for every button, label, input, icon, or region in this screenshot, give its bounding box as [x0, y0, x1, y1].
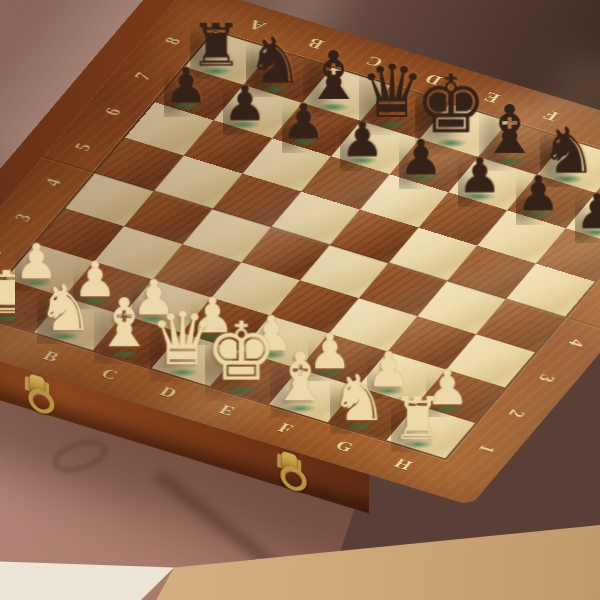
square-d4[interactable]: [241, 227, 330, 280]
square-d5[interactable]: [271, 192, 360, 245]
piece-black-pawn-f7[interactable]: ♟: [458, 151, 502, 200]
piece-black-pawn-e7[interactable]: ♟: [399, 133, 443, 182]
chess-board: ABCDEFGH ABCDEFGH 87654321 87654321 ♜♞♝♛…: [0, 0, 600, 506]
piece-black-pawn-g7[interactable]: ♟: [516, 169, 560, 218]
piece-black-pawn-c7[interactable]: ♟: [282, 97, 326, 146]
piece-black-knight-b8[interactable]: ♞: [246, 29, 303, 92]
piece-black-pawn-h7[interactable]: ♟: [575, 187, 600, 236]
piece-black-pawn-d7[interactable]: ♟: [340, 115, 384, 164]
photo-scene: ABCDEFGH ABCDEFGH 87654321 87654321 ♜♞♝♛…: [0, 0, 600, 600]
board-perspective: ABCDEFGH ABCDEFGH 87654321 87654321 ♜♞♝♛…: [0, 0, 600, 600]
piece-white-bishop-f1[interactable]: ♝: [270, 344, 330, 411]
square-b4[interactable]: [124, 191, 213, 244]
piece-black-pawn-b7[interactable]: ♟: [223, 79, 267, 128]
piece-white-knight-g1[interactable]: ♞: [330, 366, 387, 429]
